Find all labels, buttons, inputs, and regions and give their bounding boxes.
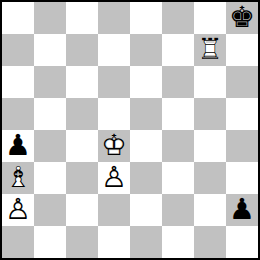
square-h8[interactable]: ♚ (226, 2, 258, 34)
square-c6[interactable] (66, 66, 98, 98)
square-c4[interactable] (66, 130, 98, 162)
square-e1[interactable] (130, 226, 162, 258)
square-e6[interactable] (130, 66, 162, 98)
square-g8[interactable] (194, 2, 226, 34)
square-b5[interactable] (34, 98, 66, 130)
square-f1[interactable] (162, 226, 194, 258)
square-c5[interactable] (66, 98, 98, 130)
square-b6[interactable] (34, 66, 66, 98)
square-e8[interactable] (130, 2, 162, 34)
square-a5[interactable] (2, 98, 34, 130)
square-b3[interactable] (34, 162, 66, 194)
square-h2[interactable]: ♟ (226, 194, 258, 226)
white-king-glyph: ♔ (98, 130, 130, 162)
white-pawn-glyph: ♙ (2, 194, 34, 226)
white-king: ♚♔ (98, 130, 130, 162)
square-a3[interactable]: ♝♗ (2, 162, 34, 194)
square-e7[interactable] (130, 34, 162, 66)
black-pawn-glyph: ♟ (226, 194, 258, 226)
square-b4[interactable] (34, 130, 66, 162)
square-d5[interactable] (98, 98, 130, 130)
square-h3[interactable] (226, 162, 258, 194)
square-d7[interactable] (98, 34, 130, 66)
square-g2[interactable] (194, 194, 226, 226)
black-pawn: ♟ (2, 130, 34, 162)
square-f8[interactable] (162, 2, 194, 34)
square-b1[interactable] (34, 226, 66, 258)
square-a8[interactable] (2, 2, 34, 34)
square-f5[interactable] (162, 98, 194, 130)
square-d8[interactable] (98, 2, 130, 34)
square-h1[interactable] (226, 226, 258, 258)
white-pawn: ♟♙ (98, 162, 130, 194)
square-d3[interactable]: ♟♙ (98, 162, 130, 194)
square-f7[interactable] (162, 34, 194, 66)
square-c1[interactable] (66, 226, 98, 258)
square-h5[interactable] (226, 98, 258, 130)
square-e2[interactable] (130, 194, 162, 226)
square-b2[interactable] (34, 194, 66, 226)
white-rook-glyph: ♖ (194, 34, 226, 66)
square-e5[interactable] (130, 98, 162, 130)
square-a4[interactable]: ♟ (2, 130, 34, 162)
white-rook: ♜♖ (194, 34, 226, 66)
square-a1[interactable] (2, 226, 34, 258)
square-g4[interactable] (194, 130, 226, 162)
square-g5[interactable] (194, 98, 226, 130)
white-pawn: ♟♙ (2, 194, 34, 226)
square-a7[interactable] (2, 34, 34, 66)
black-king: ♚ (226, 2, 258, 34)
white-bishop-glyph: ♗ (2, 162, 34, 194)
square-d6[interactable] (98, 66, 130, 98)
black-pawn-glyph: ♟ (2, 130, 34, 162)
black-pawn: ♟ (226, 194, 258, 226)
square-b7[interactable] (34, 34, 66, 66)
square-c3[interactable] (66, 162, 98, 194)
square-h6[interactable] (226, 66, 258, 98)
square-f4[interactable] (162, 130, 194, 162)
square-c8[interactable] (66, 2, 98, 34)
square-f2[interactable] (162, 194, 194, 226)
chess-board: ♚♜♖♟♚♔♝♗♟♙♟♙♟ (0, 0, 260, 260)
square-g3[interactable] (194, 162, 226, 194)
white-pawn-glyph: ♙ (98, 162, 130, 194)
square-f3[interactable] (162, 162, 194, 194)
square-g7[interactable]: ♜♖ (194, 34, 226, 66)
square-f6[interactable] (162, 66, 194, 98)
square-a6[interactable] (2, 66, 34, 98)
square-e4[interactable] (130, 130, 162, 162)
square-d1[interactable] (98, 226, 130, 258)
square-c7[interactable] (66, 34, 98, 66)
square-g6[interactable] (194, 66, 226, 98)
square-c2[interactable] (66, 194, 98, 226)
square-e3[interactable] (130, 162, 162, 194)
square-d4[interactable]: ♚♔ (98, 130, 130, 162)
square-g1[interactable] (194, 226, 226, 258)
square-h4[interactable] (226, 130, 258, 162)
square-h7[interactable] (226, 34, 258, 66)
square-d2[interactable] (98, 194, 130, 226)
white-bishop: ♝♗ (2, 162, 34, 194)
square-a2[interactable]: ♟♙ (2, 194, 34, 226)
black-king-glyph: ♚ (226, 2, 258, 34)
square-b8[interactable] (34, 2, 66, 34)
